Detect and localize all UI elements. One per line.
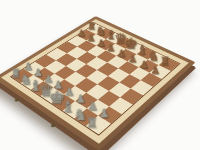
- piece-black-pawn: ♟: [148, 65, 163, 75]
- board-frame: ♜♞♝♛♚♝♞♜♟♟♟♟♟♟♟♟♟♟♟♟♟♟♟♟♜♞♝♛♚♝♞♜: [0, 16, 196, 150]
- square-d4: [76, 64, 97, 78]
- chess-board: ♜♞♝♛♚♝♞♜♟♟♟♟♟♟♟♟♟♟♟♟♟♟♟♟♜♞♝♛♚♝♞♜: [0, 16, 196, 150]
- photo-stage: ♜♞♝♛♚♝♞♜♟♟♟♟♟♟♟♟♟♟♟♟♟♟♟♟♜♞♝♛♚♝♞♜: [0, 0, 200, 150]
- maple-border: ♜♞♝♛♚♝♞♜♟♟♟♟♟♟♟♟♟♟♟♟♟♟♟♟♜♞♝♛♚♝♞♜: [1, 19, 189, 143]
- brass-hinge: [50, 123, 57, 128]
- brass-hinge: [14, 98, 20, 102]
- photo-scene: ♜♞♝♛♚♝♞♜♟♟♟♟♟♟♟♟♟♟♟♟♟♟♟♟♜♞♝♛♚♝♞♜: [0, 0, 200, 150]
- board-grid: ♜♞♝♛♚♝♞♜♟♟♟♟♟♟♟♟♟♟♟♟♟♟♟♟♜♞♝♛♚♝♞♜: [10, 23, 181, 135]
- piece-white-rook: ♜: [84, 117, 101, 131]
